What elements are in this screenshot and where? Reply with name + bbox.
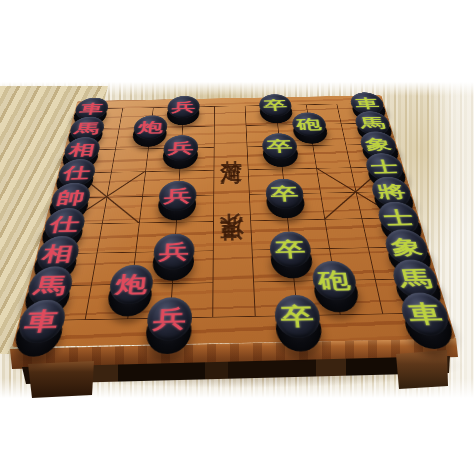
piece-character: 仕 [48, 215, 81, 234]
piece-character: 兵 [168, 141, 194, 156]
piece-green-soldier[interactable]: 卒 [269, 231, 315, 282]
piece-character: 車 [23, 309, 61, 333]
piece-character: 相 [40, 244, 75, 264]
piece-green-soldier[interactable]: 卒 [259, 94, 295, 126]
piece-character: 兵 [163, 187, 192, 204]
piece-character: 馬 [32, 275, 68, 297]
piece-character: 士 [369, 159, 400, 175]
piece-character: 兵 [171, 101, 195, 114]
piece-character: 兵 [152, 306, 186, 330]
piece-character: 炮 [137, 120, 163, 134]
piece-character: 將 [375, 183, 407, 200]
pieces-layer: 車馬相仕帥仕相馬車炮炮兵兵兵兵兵卒卒卒卒卒砲砲車馬象士將士象馬車 [42, 103, 425, 320]
piece-red-soldier[interactable]: 兵 [151, 234, 195, 286]
piece-character: 卒 [280, 304, 315, 328]
piece-character: 砲 [296, 117, 323, 131]
piece-character: 卒 [275, 239, 307, 259]
piece-green-soldier[interactable]: 卒 [265, 178, 307, 221]
piece-character: 馬 [359, 116, 387, 130]
piece-character: 相 [68, 142, 97, 157]
xiangqi-board: 楚河 漢界 車馬相仕帥仕相馬車炮炮兵兵兵兵兵卒卒卒卒卒砲砲車馬象士將士象馬車 [12, 95, 456, 347]
piece-red-soldier[interactable]: 兵 [161, 135, 198, 172]
piece-character: 炮 [114, 273, 148, 295]
piece-character: 馬 [73, 122, 101, 136]
piece-character: 象 [389, 237, 424, 257]
piece-character: 卒 [270, 185, 299, 202]
piece-character: 馬 [397, 268, 434, 290]
piece-red-soldier[interactable]: 兵 [144, 297, 193, 359]
piece-red-soldier[interactable]: 兵 [157, 180, 197, 223]
piece-character: 士 [382, 209, 416, 227]
piece-red-cannon[interactable]: 炮 [131, 115, 169, 149]
piece-character: 卒 [266, 139, 293, 154]
piece-character: 帥 [55, 189, 86, 206]
piece-character: 車 [78, 102, 105, 115]
piece-character: 兵 [158, 241, 189, 261]
piece-character: 車 [354, 97, 381, 110]
piece-green-soldier[interactable]: 卒 [273, 295, 324, 357]
piece-green-soldier[interactable]: 卒 [261, 133, 299, 170]
piece-character: 象 [364, 137, 393, 152]
piece-character: 仕 [62, 165, 92, 181]
piece-character: 卒 [263, 99, 288, 112]
piece-red-soldier[interactable]: 兵 [166, 96, 200, 128]
piece-green-cannon[interactable]: 砲 [291, 112, 330, 146]
piece-character: 砲 [317, 269, 352, 291]
product-photo-stage: 楚河 漢界 車馬相仕帥仕相馬車炮炮兵兵兵兵兵卒卒卒卒卒砲砲車馬象士將士象馬車 [0, 0, 474, 474]
piece-character: 車 [406, 302, 445, 326]
